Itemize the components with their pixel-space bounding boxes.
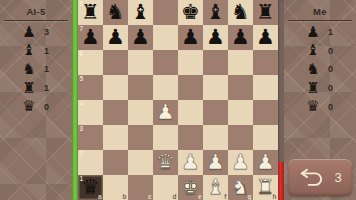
square-g7[interactable]: ♟: [228, 25, 253, 50]
player-panel: Me ♟1♝0♞0♜0♛0 3: [284, 0, 356, 200]
black-pawn: ♟: [228, 25, 253, 50]
captured-rook-row: ♜1: [0, 79, 72, 98]
capture-count: 0: [328, 64, 336, 74]
square-f2[interactable]: ♟: [203, 150, 228, 175]
black-queen: ♛: [78, 175, 103, 200]
square-h7[interactable]: ♟: [253, 25, 278, 50]
square-d3[interactable]: [153, 125, 178, 150]
white-pawn: ♟: [228, 150, 253, 175]
opponent-panel: AI-5 ♟3♝1♞1♜1♛0: [0, 0, 72, 200]
bishop-icon: ♝: [20, 43, 38, 58]
square-b5[interactable]: [103, 75, 128, 100]
opponent-name: AI-5: [0, 0, 72, 17]
file-label: b: [123, 193, 127, 200]
black-knight: ♞: [103, 0, 128, 25]
opponent-captured-pieces-list: ♟3♝1♞1♜1♛0: [0, 23, 72, 116]
chess-board: 8♜♞♝♚♝♞♜7♟♟♟♟♟♟♟654♟32♛♟♟♟♟1a♛bcde♚f♝g♞h…: [78, 0, 278, 200]
square-a2[interactable]: 2: [78, 150, 103, 175]
square-a3[interactable]: 3: [78, 125, 103, 150]
capture-count: 1: [328, 27, 336, 37]
pawn-icon: ♟: [304, 25, 322, 40]
black-pawn: ♟: [203, 25, 228, 50]
square-d2[interactable]: ♛: [153, 150, 178, 175]
square-g1[interactable]: g♞: [228, 175, 253, 200]
square-d1[interactable]: d: [153, 175, 178, 200]
square-e5[interactable]: [178, 75, 203, 100]
black-knight: ♞: [228, 0, 253, 25]
square-c2[interactable]: [128, 150, 153, 175]
square-h2[interactable]: ♟: [253, 150, 278, 175]
black-pawn: ♟: [253, 25, 278, 50]
capture-count: 3: [44, 27, 52, 37]
white-pawn: ♟: [153, 100, 178, 125]
capture-count: 0: [44, 102, 52, 112]
square-h8[interactable]: ♜: [253, 0, 278, 25]
captured-pawn-row: ♟3: [0, 23, 72, 42]
rank-label: 2: [80, 150, 84, 157]
square-a8[interactable]: 8♜: [78, 0, 103, 25]
square-b7[interactable]: ♟: [103, 25, 128, 50]
square-e1[interactable]: e♚: [178, 175, 203, 200]
black-king: ♚: [178, 0, 203, 25]
square-h4[interactable]: [253, 100, 278, 125]
undo-icon: [298, 168, 326, 187]
square-e2[interactable]: ♟: [178, 150, 203, 175]
white-rook: ♜: [253, 175, 278, 200]
white-queen: ♛: [153, 150, 178, 175]
square-f3[interactable]: [203, 125, 228, 150]
captured-knight-row: ♞1: [0, 60, 72, 79]
square-f1[interactable]: f♝: [203, 175, 228, 200]
white-bishop: ♝: [203, 175, 228, 200]
square-c1[interactable]: c: [128, 175, 153, 200]
captured-bishop-row: ♝1: [0, 42, 72, 61]
square-a6[interactable]: 6: [78, 50, 103, 75]
black-pawn: ♟: [78, 25, 103, 50]
square-f7[interactable]: ♟: [203, 25, 228, 50]
square-c4[interactable]: [128, 100, 153, 125]
square-e3[interactable]: [178, 125, 203, 150]
pawn-icon: ♟: [20, 25, 38, 40]
capture-count: 1: [44, 46, 52, 56]
knight-icon: ♞: [304, 62, 322, 77]
panel-divider: [288, 20, 352, 21]
square-d6[interactable]: [153, 50, 178, 75]
square-d5[interactable]: [153, 75, 178, 100]
square-a4[interactable]: 4: [78, 100, 103, 125]
square-e7[interactable]: ♟: [178, 25, 203, 50]
file-label: c: [148, 193, 152, 200]
capture-count: 0: [328, 102, 336, 112]
rank-label: 3: [80, 125, 84, 132]
captured-queen-row: ♛0: [0, 97, 72, 116]
black-rook: ♜: [78, 0, 103, 25]
black-rook: ♜: [253, 0, 278, 25]
square-d8[interactable]: [153, 0, 178, 25]
captured-knight-row: ♞0: [284, 60, 356, 79]
black-pawn: ♟: [103, 25, 128, 50]
white-king: ♚: [178, 175, 203, 200]
square-b2[interactable]: [103, 150, 128, 175]
white-pawn: ♟: [178, 150, 203, 175]
square-b6[interactable]: [103, 50, 128, 75]
square-h3[interactable]: [253, 125, 278, 150]
file-label: d: [173, 193, 177, 200]
square-f5[interactable]: [203, 75, 228, 100]
square-f8[interactable]: ♝: [203, 0, 228, 25]
capture-count: 1: [44, 64, 52, 74]
capture-count: 1: [44, 83, 52, 93]
square-a5[interactable]: 5: [78, 75, 103, 100]
bishop-icon: ♝: [304, 43, 322, 58]
captured-bishop-row: ♝0: [284, 42, 356, 61]
undo-count: 3: [334, 170, 341, 185]
white-pawn: ♟: [203, 150, 228, 175]
square-b3[interactable]: [103, 125, 128, 150]
queen-icon: ♛: [304, 99, 322, 114]
square-e6[interactable]: [178, 50, 203, 75]
square-b4[interactable]: [103, 100, 128, 125]
square-g4[interactable]: [228, 100, 253, 125]
white-knight: ♞: [228, 175, 253, 200]
square-h6[interactable]: [253, 50, 278, 75]
rook-icon: ♜: [20, 81, 38, 96]
knight-icon: ♞: [20, 62, 38, 77]
black-bishop: ♝: [203, 0, 228, 25]
player-name: Me: [284, 0, 356, 17]
square-g8[interactable]: ♞: [228, 0, 253, 25]
square-c3[interactable]: [128, 125, 153, 150]
rook-icon: ♜: [304, 81, 322, 96]
panel-divider: [4, 20, 68, 21]
square-g2[interactable]: ♟: [228, 150, 253, 175]
black-bishop: ♝: [128, 0, 153, 25]
captured-rook-row: ♜0: [284, 79, 356, 98]
captured-pawn-row: ♟1: [284, 23, 356, 42]
square-f4[interactable]: [203, 100, 228, 125]
player-captured-pieces-list: ♟1♝0♞0♜0♛0: [284, 23, 356, 116]
square-g3[interactable]: [228, 125, 253, 150]
square-d7[interactable]: [153, 25, 178, 50]
capture-count: 0: [328, 83, 336, 93]
white-pawn: ♟: [253, 150, 278, 175]
black-pawn: ♟: [178, 25, 203, 50]
square-g6[interactable]: [228, 50, 253, 75]
square-a7[interactable]: 7♟: [78, 25, 103, 50]
square-c8[interactable]: ♝: [128, 0, 153, 25]
square-e8[interactable]: ♚: [178, 0, 203, 25]
capture-count: 0: [328, 46, 336, 56]
square-c5[interactable]: [128, 75, 153, 100]
queen-icon: ♛: [20, 99, 38, 114]
rank-label: 5: [80, 75, 84, 82]
square-d4[interactable]: ♟: [153, 100, 178, 125]
undo-button[interactable]: 3: [288, 159, 352, 196]
black-pawn: ♟: [128, 25, 153, 50]
square-f6[interactable]: [203, 50, 228, 75]
rank-label: 4: [80, 100, 84, 107]
square-b1[interactable]: b: [103, 175, 128, 200]
square-c7[interactable]: ♟: [128, 25, 153, 50]
square-h5[interactable]: [253, 75, 278, 100]
chess-app-window: AI-5 ♟3♝1♞1♜1♛0 8♜♞♝♚♝♞♜7♟♟♟♟♟♟♟654♟32♛♟…: [0, 0, 356, 200]
captured-queen-row: ♛0: [284, 97, 356, 116]
square-h1[interactable]: h♜: [253, 175, 278, 200]
square-c6[interactable]: [128, 50, 153, 75]
square-g5[interactable]: [228, 75, 253, 100]
rank-label: 6: [80, 50, 84, 57]
square-b8[interactable]: ♞: [103, 0, 128, 25]
square-a1[interactable]: 1a♛: [78, 175, 103, 200]
square-e4[interactable]: [178, 100, 203, 125]
